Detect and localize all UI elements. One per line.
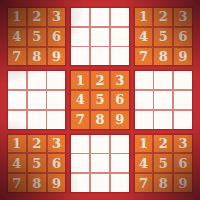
cell-r5c3[interactable]: 7	[71, 111, 89, 129]
cell-r8c0[interactable]: 7	[8, 174, 26, 192]
cell-r6c5[interactable]	[111, 135, 129, 153]
cell-r8c2[interactable]: 9	[48, 174, 66, 192]
cell-r6c1[interactable]: 2	[28, 135, 46, 153]
cell-r5c8[interactable]	[174, 111, 192, 129]
cell-r8c6[interactable]: 7	[135, 174, 153, 192]
cell-r7c7[interactable]: 5	[154, 154, 172, 172]
cell-r8c3[interactable]	[71, 174, 89, 192]
cell-r5c2[interactable]	[47, 111, 65, 129]
cell-r7c1[interactable]: 5	[28, 154, 46, 172]
cell-r0c1[interactable]: 2	[28, 8, 46, 26]
cell-r7c6[interactable]: 4	[135, 154, 153, 172]
cell-r4c6[interactable]	[135, 91, 153, 109]
cell-r6c3[interactable]	[71, 135, 89, 153]
cell-r7c8[interactable]: 6	[174, 154, 192, 172]
block-r1c2	[135, 71, 192, 128]
cell-r1c4[interactable]	[91, 28, 109, 46]
cell-r2c5[interactable]	[111, 47, 129, 65]
cell-r0c2[interactable]: 3	[48, 8, 66, 26]
cell-r3c2[interactable]	[47, 71, 65, 89]
block-r2c1	[71, 135, 128, 192]
cell-r1c7[interactable]: 5	[154, 28, 172, 46]
cell-r5c1[interactable]	[28, 111, 46, 129]
cell-r4c0[interactable]	[8, 91, 26, 109]
cell-r2c1[interactable]: 8	[28, 48, 46, 66]
cell-r8c4[interactable]	[91, 174, 109, 192]
cell-r1c0[interactable]: 4	[8, 28, 26, 46]
cell-r7c5[interactable]	[111, 154, 129, 172]
cell-r4c1[interactable]	[28, 91, 46, 109]
cell-r8c8[interactable]: 9	[174, 174, 192, 192]
cell-r1c2[interactable]: 6	[48, 28, 66, 46]
block-r1c0	[8, 71, 65, 128]
block-r0c1	[71, 8, 128, 65]
cell-r1c1[interactable]: 5	[28, 28, 46, 46]
cell-r4c5[interactable]: 6	[111, 91, 129, 109]
cell-r5c0[interactable]	[8, 111, 26, 129]
cell-r2c3[interactable]	[71, 47, 89, 65]
cell-r0c4[interactable]	[91, 8, 109, 26]
cell-r2c6[interactable]: 7	[135, 48, 153, 66]
cell-r4c2[interactable]	[47, 91, 65, 109]
cell-r3c5[interactable]: 3	[111, 71, 129, 89]
cell-r1c3[interactable]	[71, 28, 89, 46]
sudoku-board: 123456789 123456789 123456789 123456789 …	[0, 0, 200, 200]
cell-r6c8[interactable]: 3	[174, 135, 192, 153]
cell-r3c8[interactable]	[174, 71, 192, 89]
cell-r2c7[interactable]: 8	[154, 48, 172, 66]
cell-r2c2[interactable]: 9	[48, 48, 66, 66]
cell-r0c3[interactable]	[71, 8, 89, 26]
cell-r7c0[interactable]: 4	[8, 154, 26, 172]
cell-r0c8[interactable]: 3	[174, 8, 192, 26]
cell-r3c7[interactable]	[154, 71, 172, 89]
cell-r7c3[interactable]	[71, 154, 89, 172]
block-r0c0: 123456789	[8, 8, 65, 65]
cell-r8c5[interactable]	[111, 174, 129, 192]
cell-r7c4[interactable]	[91, 154, 109, 172]
block-r2c2: 123456789	[135, 135, 192, 192]
cell-r3c1[interactable]	[28, 71, 46, 89]
cell-r8c1[interactable]: 8	[28, 174, 46, 192]
cell-r5c7[interactable]	[154, 111, 172, 129]
cell-r3c4[interactable]: 2	[91, 71, 109, 89]
cell-r6c4[interactable]	[91, 135, 109, 153]
cell-r4c7[interactable]	[154, 91, 172, 109]
cell-r1c8[interactable]: 6	[174, 28, 192, 46]
cell-r3c6[interactable]	[135, 71, 153, 89]
cell-r1c6[interactable]: 4	[135, 28, 153, 46]
cell-r2c0[interactable]: 7	[8, 48, 26, 66]
cell-r5c6[interactable]	[135, 111, 153, 129]
block-r0c2: 123456789	[135, 8, 192, 65]
cell-r0c7[interactable]: 2	[154, 8, 172, 26]
cell-r7c2[interactable]: 6	[48, 154, 66, 172]
cell-r4c4[interactable]: 5	[91, 91, 109, 109]
cell-r4c3[interactable]: 4	[71, 91, 89, 109]
cell-r6c6[interactable]: 1	[135, 135, 153, 153]
cell-r6c7[interactable]: 2	[154, 135, 172, 153]
cell-r0c6[interactable]: 1	[135, 8, 153, 26]
cell-r2c8[interactable]: 9	[174, 48, 192, 66]
cell-r1c5[interactable]	[111, 28, 129, 46]
cell-r8c7[interactable]: 8	[154, 174, 172, 192]
cell-r3c3[interactable]: 1	[71, 71, 89, 89]
cell-r0c5[interactable]	[111, 8, 129, 26]
cell-r2c4[interactable]	[91, 47, 109, 65]
block-r1c1: 123456789	[71, 71, 128, 128]
cell-r6c0[interactable]: 1	[8, 135, 26, 153]
cell-r5c5[interactable]: 9	[111, 111, 129, 129]
block-r2c0: 123456789	[8, 135, 65, 192]
cell-r4c8[interactable]	[174, 91, 192, 109]
cell-r3c0[interactable]	[8, 71, 26, 89]
cell-r6c2[interactable]: 3	[48, 135, 66, 153]
cell-r5c4[interactable]: 8	[91, 111, 109, 129]
cell-r0c0[interactable]: 1	[8, 8, 26, 26]
